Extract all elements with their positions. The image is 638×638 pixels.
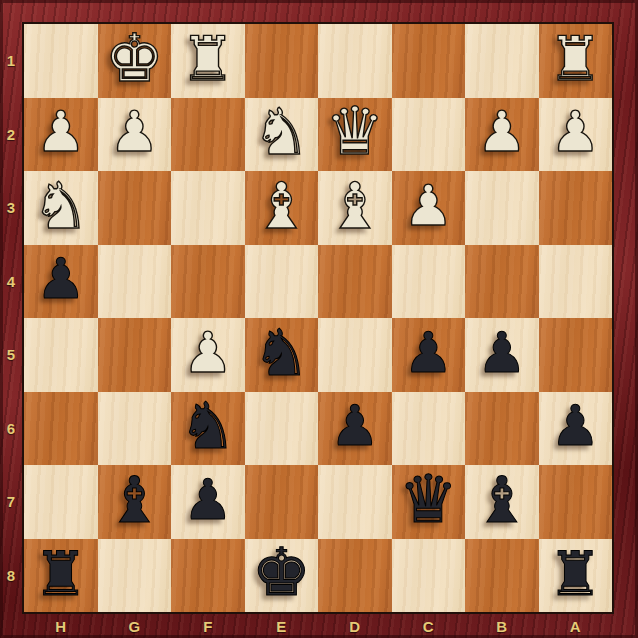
file-label-b: B	[465, 614, 539, 638]
square-a4[interactable]	[539, 245, 613, 319]
rank-label-1: 1	[0, 24, 22, 98]
piece-white-rook-a1[interactable]: ♜	[548, 28, 603, 89]
piece-black-knight-e5[interactable]: ♞	[253, 321, 310, 385]
square-c4[interactable]	[392, 245, 466, 319]
square-g6[interactable]	[98, 392, 172, 466]
square-g8[interactable]	[98, 539, 172, 613]
square-g5[interactable]	[98, 318, 172, 392]
piece-white-knight-h3[interactable]: ♞	[32, 174, 89, 238]
piece-white-bishop-e3[interactable]: ♝	[253, 174, 310, 238]
piece-white-queen-d2[interactable]: ♛	[325, 99, 384, 165]
chess-board: ♚♜♜♟♟♞♛♟♟♞♝♝♟♟♟♞♟♟♞♟♟♝♟♛♝♜♚♜	[22, 22, 614, 614]
square-e3[interactable]: ♝	[245, 171, 319, 245]
rank-label-2: 2	[0, 98, 22, 172]
piece-white-pawn-b2[interactable]: ♟	[477, 104, 527, 160]
piece-black-pawn-c5[interactable]: ♟	[403, 325, 453, 381]
square-f6[interactable]: ♞	[171, 392, 245, 466]
square-c3[interactable]: ♟	[392, 171, 466, 245]
square-e2[interactable]: ♞	[245, 98, 319, 172]
square-d3[interactable]: ♝	[318, 171, 392, 245]
square-a8[interactable]: ♜	[539, 539, 613, 613]
square-f2[interactable]	[171, 98, 245, 172]
square-b8[interactable]	[465, 539, 539, 613]
file-label-a: A	[539, 614, 613, 638]
piece-black-bishop-b7[interactable]: ♝	[473, 468, 530, 532]
square-c5[interactable]: ♟	[392, 318, 466, 392]
square-h1[interactable]	[24, 24, 98, 98]
square-a1[interactable]: ♜	[539, 24, 613, 98]
square-d1[interactable]	[318, 24, 392, 98]
piece-white-king-g1[interactable]: ♚	[105, 26, 164, 92]
file-label-f: F	[171, 614, 245, 638]
square-d5[interactable]	[318, 318, 392, 392]
piece-black-rook-a8[interactable]: ♜	[548, 543, 603, 604]
rank-label-4: 4	[0, 245, 22, 319]
square-g3[interactable]	[98, 171, 172, 245]
piece-white-rook-f1[interactable]: ♜	[180, 28, 235, 89]
piece-black-knight-f6[interactable]: ♞	[179, 394, 236, 458]
square-c6[interactable]	[392, 392, 466, 466]
square-g4[interactable]	[98, 245, 172, 319]
square-d7[interactable]	[318, 465, 392, 539]
rank-label-3: 3	[0, 171, 22, 245]
piece-black-pawn-f7[interactable]: ♟	[183, 472, 233, 528]
square-c8[interactable]	[392, 539, 466, 613]
square-g2[interactable]: ♟	[98, 98, 172, 172]
piece-white-knight-e2[interactable]: ♞	[253, 100, 310, 164]
rank-label-5: 5	[0, 318, 22, 392]
square-e6[interactable]	[245, 392, 319, 466]
file-label-d: D	[318, 614, 392, 638]
square-h2[interactable]: ♟	[24, 98, 98, 172]
piece-white-pawn-a2[interactable]: ♟	[550, 104, 600, 160]
square-f8[interactable]	[171, 539, 245, 613]
piece-black-pawn-h4[interactable]: ♟	[36, 251, 86, 307]
square-c1[interactable]	[392, 24, 466, 98]
square-e1[interactable]	[245, 24, 319, 98]
square-c7[interactable]: ♛	[392, 465, 466, 539]
piece-black-bishop-g7[interactable]: ♝	[106, 468, 163, 532]
square-b6[interactable]	[465, 392, 539, 466]
square-b1[interactable]	[465, 24, 539, 98]
square-h8[interactable]: ♜	[24, 539, 98, 613]
file-label-e: E	[245, 614, 319, 638]
file-labels: HGFEDCBA	[24, 614, 612, 638]
square-b5[interactable]: ♟	[465, 318, 539, 392]
square-e5[interactable]: ♞	[245, 318, 319, 392]
piece-white-pawn-g2[interactable]: ♟	[109, 104, 159, 160]
file-label-g: G	[98, 614, 172, 638]
square-b7[interactable]: ♝	[465, 465, 539, 539]
piece-black-pawn-b5[interactable]: ♟	[477, 325, 527, 381]
square-g1[interactable]: ♚	[98, 24, 172, 98]
square-b2[interactable]: ♟	[465, 98, 539, 172]
rank-label-6: 6	[0, 392, 22, 466]
square-e4[interactable]	[245, 245, 319, 319]
square-f1[interactable]: ♜	[171, 24, 245, 98]
piece-white-pawn-c3[interactable]: ♟	[403, 178, 453, 234]
square-h6[interactable]	[24, 392, 98, 466]
piece-black-pawn-d6[interactable]: ♟	[330, 398, 380, 454]
square-d8[interactable]	[318, 539, 392, 613]
square-a2[interactable]: ♟	[539, 98, 613, 172]
square-h3[interactable]: ♞	[24, 171, 98, 245]
square-h5[interactable]	[24, 318, 98, 392]
square-e7[interactable]	[245, 465, 319, 539]
square-c2[interactable]	[392, 98, 466, 172]
file-label-h: H	[24, 614, 98, 638]
piece-white-bishop-d3[interactable]: ♝	[326, 174, 383, 238]
square-a6[interactable]: ♟	[539, 392, 613, 466]
square-f3[interactable]	[171, 171, 245, 245]
square-d6[interactable]: ♟	[318, 392, 392, 466]
square-f5[interactable]: ♟	[171, 318, 245, 392]
square-a7[interactable]	[539, 465, 613, 539]
square-a3[interactable]	[539, 171, 613, 245]
piece-white-pawn-f5[interactable]: ♟	[183, 325, 233, 381]
square-b4[interactable]	[465, 245, 539, 319]
square-b3[interactable]	[465, 171, 539, 245]
square-f7[interactable]: ♟	[171, 465, 245, 539]
piece-white-pawn-h2[interactable]: ♟	[36, 104, 86, 160]
piece-black-queen-c7[interactable]: ♛	[399, 467, 458, 533]
piece-black-king-e8[interactable]: ♚	[252, 540, 311, 606]
file-label-c: C	[392, 614, 466, 638]
square-f4[interactable]	[171, 245, 245, 319]
chess-board-frame: ♚♜♜♟♟♞♛♟♟♞♝♝♟♟♟♞♟♟♞♟♟♝♟♛♝♜♚♜ 12345678 HG…	[0, 0, 638, 638]
square-d2[interactable]: ♛	[318, 98, 392, 172]
piece-black-rook-h8[interactable]: ♜	[33, 543, 88, 604]
rank-label-7: 7	[0, 465, 22, 539]
square-a5[interactable]	[539, 318, 613, 392]
square-h7[interactable]	[24, 465, 98, 539]
rank-label-8: 8	[0, 539, 22, 613]
square-h4[interactable]: ♟	[24, 245, 98, 319]
square-d4[interactable]	[318, 245, 392, 319]
square-g7[interactable]: ♝	[98, 465, 172, 539]
piece-black-pawn-a6[interactable]: ♟	[550, 398, 600, 454]
square-e8[interactable]: ♚	[245, 539, 319, 613]
rank-labels: 12345678	[0, 24, 22, 612]
